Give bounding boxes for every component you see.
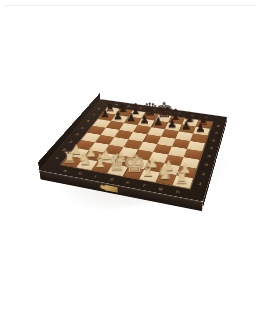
photo-border bbox=[4, 5, 256, 6]
coordinate-label: h bbox=[199, 115, 213, 119]
brass-clasp-icon bbox=[104, 185, 117, 193]
square-d2: ♟ bbox=[113, 155, 134, 166]
square-c7: ♟ bbox=[124, 117, 141, 125]
product-photo: abcdefgh abcdefgh 87654321 87654321 ♜♞♝♛… bbox=[67, 66, 217, 216]
chess-board: abcdefgh abcdefgh 87654321 87654321 ♜♞♝♛… bbox=[38, 99, 227, 202]
coordinate-label: 1 bbox=[195, 179, 206, 191]
square-h1: ♜ bbox=[172, 175, 193, 188]
square-a4 bbox=[81, 133, 100, 143]
square-g1: ♞ bbox=[156, 172, 177, 185]
square-f1: ♝ bbox=[139, 170, 160, 183]
coordinate-label: g bbox=[185, 113, 199, 117]
square-e1: ♚ bbox=[123, 167, 144, 179]
